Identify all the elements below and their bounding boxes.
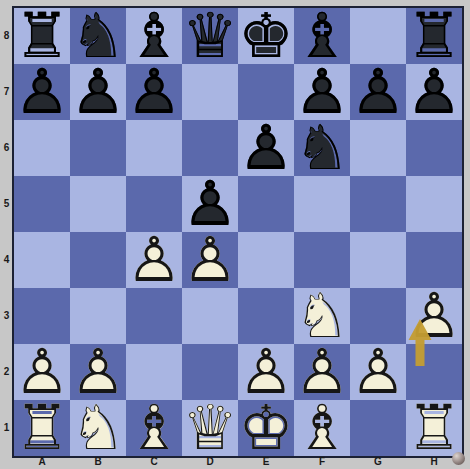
piece-black-pawn[interactable]: ♟♙: [14, 64, 70, 120]
rank-label-4: 4: [0, 232, 13, 288]
square-h6[interactable]: [406, 120, 462, 176]
square-a7[interactable]: ♟♙: [14, 64, 70, 120]
piece-white-pawn[interactable]: ♟♙: [294, 344, 350, 400]
piece-black-pawn[interactable]: ♟♙: [406, 64, 462, 120]
piece-white-queen[interactable]: ♛♕: [182, 400, 238, 456]
square-h8[interactable]: ♜♖: [406, 8, 462, 64]
square-d7[interactable]: [182, 64, 238, 120]
square-c5[interactable]: [126, 176, 182, 232]
square-a6[interactable]: [14, 120, 70, 176]
square-g3[interactable]: [350, 288, 406, 344]
square-a3[interactable]: [14, 288, 70, 344]
rank-label-5: 5: [0, 176, 13, 232]
square-c1[interactable]: ♝♗: [126, 400, 182, 456]
file-label-f: F: [294, 454, 350, 469]
piece-white-rook[interactable]: ♜♖: [406, 400, 462, 456]
square-a2[interactable]: ♟♙: [14, 344, 70, 400]
square-a5[interactable]: [14, 176, 70, 232]
piece-white-pawn[interactable]: ♟♙: [350, 344, 406, 400]
square-h3[interactable]: ♟♙: [406, 288, 462, 344]
square-h7[interactable]: ♟♙: [406, 64, 462, 120]
rank-label-1: 1: [0, 400, 13, 456]
piece-white-knight[interactable]: ♞♘: [70, 400, 126, 456]
piece-black-knight[interactable]: ♞♘: [294, 120, 350, 176]
rank-label-2: 2: [0, 344, 13, 400]
square-b6[interactable]: [70, 120, 126, 176]
piece-white-pawn[interactable]: ♟♙: [14, 344, 70, 400]
square-d3[interactable]: [182, 288, 238, 344]
square-e4[interactable]: [238, 232, 294, 288]
piece-white-rook[interactable]: ♜♖: [14, 400, 70, 456]
square-b4[interactable]: [70, 232, 126, 288]
square-f3[interactable]: ♞♘: [294, 288, 350, 344]
square-f5[interactable]: [294, 176, 350, 232]
piece-black-bishop[interactable]: ♝♗: [294, 8, 350, 64]
file-labels: ABCDEFGH: [14, 454, 462, 469]
square-f6[interactable]: ♞♘: [294, 120, 350, 176]
piece-white-knight[interactable]: ♞♘: [294, 288, 350, 344]
file-label-a: A: [14, 454, 70, 469]
file-label-b: B: [70, 454, 126, 469]
status-indicator-ball: [452, 452, 465, 465]
square-c2[interactable]: [126, 344, 182, 400]
square-g2[interactable]: ♟♙: [350, 344, 406, 400]
square-e3[interactable]: [238, 288, 294, 344]
square-c6[interactable]: [126, 120, 182, 176]
square-d1[interactable]: ♛♕: [182, 400, 238, 456]
square-g4[interactable]: [350, 232, 406, 288]
piece-white-pawn[interactable]: ♟♙: [182, 232, 238, 288]
square-e1[interactable]: ♚♔: [238, 400, 294, 456]
square-d4[interactable]: ♟♙: [182, 232, 238, 288]
square-f4[interactable]: [294, 232, 350, 288]
square-d8[interactable]: ♛♕: [182, 8, 238, 64]
rank-label-8: 8: [0, 8, 13, 64]
square-c3[interactable]: [126, 288, 182, 344]
square-h2[interactable]: [406, 344, 462, 400]
square-g8[interactable]: [350, 8, 406, 64]
chess-board[interactable]: ♜♖♞♘♝♗♛♕♚♔♝♗♜♖♟♙♟♙♟♙♟♙♟♙♟♙♟♙♞♘♟♙♟♙♟♙♞♘♟♙…: [14, 8, 462, 456]
square-b2[interactable]: ♟♙: [70, 344, 126, 400]
square-c7[interactable]: ♟♙: [126, 64, 182, 120]
rank-label-6: 6: [0, 120, 13, 176]
piece-black-rook[interactable]: ♜♖: [406, 8, 462, 64]
rank-label-7: 7: [0, 64, 13, 120]
file-label-c: C: [126, 454, 182, 469]
square-d5[interactable]: ♟♙: [182, 176, 238, 232]
piece-black-rook[interactable]: ♜♖: [14, 8, 70, 64]
file-label-e: E: [238, 454, 294, 469]
piece-black-pawn[interactable]: ♟♙: [70, 64, 126, 120]
piece-white-king[interactable]: ♚♔: [238, 400, 294, 456]
rank-label-3: 3: [0, 288, 13, 344]
square-d6[interactable]: [182, 120, 238, 176]
square-d2[interactable]: [182, 344, 238, 400]
square-b7[interactable]: ♟♙: [70, 64, 126, 120]
square-a8[interactable]: ♜♖: [14, 8, 70, 64]
piece-black-queen[interactable]: ♛♕: [182, 8, 238, 64]
square-b8[interactable]: ♞♘: [70, 8, 126, 64]
board-frame: 87654321 ♜♖♞♘♝♗♛♕♚♔♝♗♜♖♟♙♟♙♟♙♟♙♟♙♟♙♟♙♞♘♟…: [0, 0, 470, 469]
square-a1[interactable]: ♜♖: [14, 400, 70, 456]
square-e7[interactable]: [238, 64, 294, 120]
square-g7[interactable]: ♟♙: [350, 64, 406, 120]
square-c4[interactable]: ♟♙: [126, 232, 182, 288]
piece-black-pawn[interactable]: ♟♙: [350, 64, 406, 120]
square-g6[interactable]: [350, 120, 406, 176]
square-g1[interactable]: [350, 400, 406, 456]
piece-white-bishop[interactable]: ♝♗: [126, 400, 182, 456]
square-b1[interactable]: ♞♘: [70, 400, 126, 456]
piece-black-bishop[interactable]: ♝♗: [126, 8, 182, 64]
square-f7[interactable]: ♟♙: [294, 64, 350, 120]
piece-white-pawn[interactable]: ♟♙: [70, 344, 126, 400]
square-e6[interactable]: ♟♙: [238, 120, 294, 176]
file-label-d: D: [182, 454, 238, 469]
square-b3[interactable]: [70, 288, 126, 344]
piece-white-pawn[interactable]: ♟♙: [238, 344, 294, 400]
piece-black-pawn[interactable]: ♟♙: [126, 64, 182, 120]
piece-black-knight[interactable]: ♞♘: [70, 8, 126, 64]
piece-white-pawn[interactable]: ♟♙: [406, 288, 462, 344]
square-h5[interactable]: [406, 176, 462, 232]
rank-labels: 87654321: [0, 8, 14, 456]
square-h4[interactable]: [406, 232, 462, 288]
file-label-g: G: [350, 454, 406, 469]
square-a4[interactable]: [14, 232, 70, 288]
square-h1[interactable]: ♜♖: [406, 400, 462, 456]
square-b5[interactable]: [70, 176, 126, 232]
piece-black-pawn[interactable]: ♟♙: [238, 120, 294, 176]
square-c8[interactable]: ♝♗: [126, 8, 182, 64]
square-f1[interactable]: ♝♗: [294, 400, 350, 456]
square-e2[interactable]: ♟♙: [238, 344, 294, 400]
square-g5[interactable]: [350, 176, 406, 232]
square-f2[interactable]: ♟♙: [294, 344, 350, 400]
piece-black-king[interactable]: ♚♔: [238, 8, 294, 64]
square-f8[interactable]: ♝♗: [294, 8, 350, 64]
piece-white-bishop[interactable]: ♝♗: [294, 400, 350, 456]
square-e8[interactable]: ♚♔: [238, 8, 294, 64]
piece-white-pawn[interactable]: ♟♙: [126, 232, 182, 288]
piece-black-pawn[interactable]: ♟♙: [294, 64, 350, 120]
piece-black-pawn[interactable]: ♟♙: [182, 176, 238, 232]
square-e5[interactable]: [238, 176, 294, 232]
